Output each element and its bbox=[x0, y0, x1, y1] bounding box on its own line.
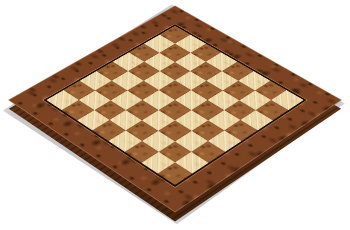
board-frame bbox=[8, 6, 342, 213]
board-grid bbox=[46, 26, 303, 185]
page-background bbox=[0, 0, 350, 230]
chess-board bbox=[0, 0, 350, 230]
